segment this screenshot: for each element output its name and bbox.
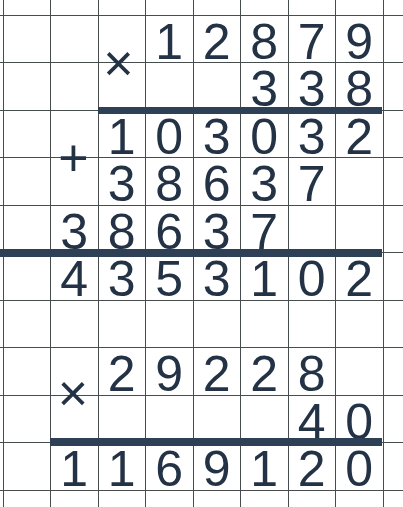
digit: 1 bbox=[250, 444, 278, 494]
digit: 1 bbox=[155, 17, 183, 67]
grid-cell-r7c3: 9 bbox=[146, 348, 194, 396]
digit: 1 bbox=[108, 444, 136, 494]
grid-cell-r8c8 bbox=[383, 395, 403, 443]
grid-cell-r9c7: 0 bbox=[336, 443, 384, 491]
grid-cell-r9c2: 1 bbox=[98, 443, 146, 491]
grid-cell-r2c7: 2 bbox=[336, 110, 384, 158]
grid-cell-r1c6: 3 bbox=[288, 63, 336, 111]
grid-cell-r1c7: 8 bbox=[336, 63, 384, 111]
plus-sign: + bbox=[52, 136, 96, 180]
digit: 3 bbox=[203, 254, 231, 304]
digit: 1 bbox=[250, 254, 278, 304]
grid-cell-r7c7 bbox=[336, 348, 384, 396]
grid-cell-r3c3: 8 bbox=[146, 158, 194, 206]
grid-cell-r2c6: 3 bbox=[288, 110, 336, 158]
grid-cell-r0c5: 8 bbox=[241, 15, 289, 63]
grid-cell-r5c8 bbox=[383, 253, 403, 301]
digit: 0 bbox=[155, 112, 183, 162]
digit: 9 bbox=[345, 17, 373, 67]
grid-cell-r5c6: 0 bbox=[288, 253, 336, 301]
grid-cell-r0c7: 9 bbox=[336, 15, 384, 63]
grid-cell-r9c1: 1 bbox=[51, 443, 99, 491]
digit: 0 bbox=[345, 444, 373, 494]
digit: 0 bbox=[250, 112, 278, 162]
digit: 9 bbox=[155, 349, 183, 399]
grid-cell-r0c3: 1 bbox=[146, 15, 194, 63]
grid-cell-r6c8 bbox=[383, 300, 403, 348]
digit: 0 bbox=[298, 254, 326, 304]
digit: 8 bbox=[250, 17, 278, 67]
grid-cell-r0c1 bbox=[51, 15, 99, 63]
grid-cell-r4c1: 3 bbox=[51, 205, 99, 253]
grid-cell-r4c7 bbox=[336, 205, 384, 253]
grid-cell-r2c4: 3 bbox=[193, 110, 241, 158]
grid-cell-r5c2: 3 bbox=[98, 253, 146, 301]
grid-cell-r3c5: 3 bbox=[241, 158, 289, 206]
grid-cell-r9c5: 1 bbox=[241, 443, 289, 491]
grid-cell-r9c6: 2 bbox=[288, 443, 336, 491]
digit: 7 bbox=[298, 17, 326, 67]
grid-cell-r4c4: 3 bbox=[193, 205, 241, 253]
grid-cell-r6c0 bbox=[3, 300, 51, 348]
grid-cell-r2c2: 1 bbox=[98, 110, 146, 158]
digit: 6 bbox=[155, 444, 183, 494]
grid-cell-r5c5: 1 bbox=[241, 253, 289, 301]
grid-cell-r3c8 bbox=[383, 158, 403, 206]
grid-cell-r2c5: 0 bbox=[241, 110, 289, 158]
digit: 6 bbox=[203, 159, 231, 209]
digit: 3 bbox=[203, 112, 231, 162]
grid-cell-r9c0 bbox=[3, 443, 51, 491]
grid-cell-r1c0 bbox=[3, 63, 51, 111]
digit: 2 bbox=[345, 254, 373, 304]
digit: 2 bbox=[203, 17, 231, 67]
digit: 2 bbox=[345, 112, 373, 162]
digit: 3 bbox=[108, 254, 136, 304]
digit: 2 bbox=[108, 349, 136, 399]
digit: 4 bbox=[60, 254, 88, 304]
grid-cell-r9c4: 9 bbox=[193, 443, 241, 491]
grid-cell-r9c8 bbox=[383, 443, 403, 491]
grid-cell-r5c4: 3 bbox=[193, 253, 241, 301]
grid-cell-r4c5: 7 bbox=[241, 205, 289, 253]
grid-cell-r7c5: 2 bbox=[241, 348, 289, 396]
grid-cell-r2c3: 0 bbox=[146, 110, 194, 158]
grid-cell-r9c3: 6 bbox=[146, 443, 194, 491]
grid-cell-r8c0 bbox=[3, 395, 51, 443]
grid-cell-r5c7: 2 bbox=[336, 253, 384, 301]
digit: 1 bbox=[60, 444, 88, 494]
digit: 7 bbox=[298, 159, 326, 209]
grid-cell-r2c0 bbox=[3, 110, 51, 158]
digit: 2 bbox=[298, 444, 326, 494]
product-rule-1 bbox=[98, 107, 382, 114]
grid-cell-r0c6: 7 bbox=[288, 15, 336, 63]
digit: 8 bbox=[155, 159, 183, 209]
digit: 8 bbox=[298, 349, 326, 399]
product-rule-2 bbox=[50, 438, 382, 446]
grid-cell-r7c2: 2 bbox=[98, 348, 146, 396]
grid-cell-r3c6: 7 bbox=[288, 158, 336, 206]
digit: 3 bbox=[298, 112, 326, 162]
times-sign-2: × bbox=[51, 371, 95, 415]
sum-rule-1 bbox=[0, 249, 382, 257]
digit: 9 bbox=[203, 444, 231, 494]
digit: 2 bbox=[203, 349, 231, 399]
grid-cell-r3c0 bbox=[3, 158, 51, 206]
grid-cell-r3c2: 3 bbox=[98, 158, 146, 206]
grid-cell-r7c4: 2 bbox=[193, 348, 241, 396]
grid-cell-r5c1: 4 bbox=[51, 253, 99, 301]
digit: 5 bbox=[155, 254, 183, 304]
grid-cell-r8c7: 0 bbox=[336, 395, 384, 443]
digit: 2 bbox=[250, 349, 278, 399]
grid-cell-r1c5: 3 bbox=[241, 63, 289, 111]
grid-cell-r5c3: 5 bbox=[146, 253, 194, 301]
grid-cell-r4c8 bbox=[383, 205, 403, 253]
grid-cell-r8c6: 4 bbox=[288, 395, 336, 443]
grid-cell-r1c8 bbox=[383, 63, 403, 111]
grid-cell-r3c4: 6 bbox=[193, 158, 241, 206]
grid-cell-r7c0 bbox=[3, 348, 51, 396]
squared-paper-sheet: 1287933810303238637386374353102292284011… bbox=[0, 0, 403, 507]
digit: 3 bbox=[108, 159, 136, 209]
digit: 1 bbox=[108, 112, 136, 162]
grid-cell-r7c8 bbox=[383, 348, 403, 396]
times-sign-1: × bbox=[97, 41, 141, 85]
grid-cell-r0c0 bbox=[3, 15, 51, 63]
grid-cell-r7c6: 8 bbox=[288, 348, 336, 396]
grid-cell-r4c2: 8 bbox=[98, 205, 146, 253]
digit: 3 bbox=[250, 159, 278, 209]
grid-cell-r4c0 bbox=[3, 205, 51, 253]
grid-cell-r4c3: 6 bbox=[146, 205, 194, 253]
grid-cell-r5c0 bbox=[3, 253, 51, 301]
grid-cell-r1c1 bbox=[51, 63, 99, 111]
grid-cell-r0c8 bbox=[383, 15, 403, 63]
grid-cell-r0c4: 2 bbox=[193, 15, 241, 63]
grid-cell-r2c8 bbox=[383, 110, 403, 158]
